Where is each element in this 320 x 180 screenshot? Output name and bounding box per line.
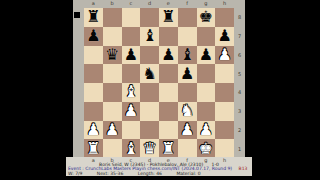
square-g2[interactable]: ♟ [197, 121, 216, 140]
white-knight[interactable]: ♞ [180, 103, 194, 119]
square-c3[interactable]: ♟ [122, 102, 141, 121]
square-a7[interactable]: ♟ [84, 27, 103, 46]
square-e2[interactable] [159, 121, 178, 140]
square-d7[interactable]: ♝ [140, 27, 159, 46]
white-pawn[interactable]: ♟ [217, 46, 231, 62]
square-a5[interactable] [84, 64, 103, 83]
square-e4[interactable] [159, 83, 178, 102]
white-bishop[interactable]: ♝ [124, 84, 138, 100]
file-label-g: g [197, 0, 216, 7]
square-b3[interactable] [103, 102, 122, 121]
rank-label-3: 3 [235, 102, 244, 121]
square-d1[interactable]: ♛ [140, 139, 159, 158]
rank-label-5: 5 [235, 64, 244, 83]
square-h6[interactable]: ♟ [215, 46, 234, 65]
square-b2[interactable]: ♟ [103, 121, 122, 140]
square-a4[interactable] [84, 83, 103, 102]
file-label-b: b [103, 0, 122, 7]
square-d3[interactable] [140, 102, 159, 121]
square-g3[interactable] [197, 102, 216, 121]
square-a1[interactable]: ♜ [84, 139, 103, 158]
file-label-e: e [159, 0, 178, 7]
black-pawn[interactable]: ♟ [124, 46, 138, 62]
black-bishop[interactable]: ♝ [180, 46, 194, 62]
file-label-a: a [84, 157, 103, 164]
square-b7[interactable] [103, 27, 122, 46]
white-pawn[interactable]: ♟ [86, 121, 100, 137]
black-pawn[interactable]: ♟ [180, 65, 194, 81]
file-label-d: d [140, 0, 159, 7]
rank-label-6: 6 [235, 46, 244, 65]
material-stat: Material: 0 [176, 171, 200, 176]
square-g5[interactable] [197, 64, 216, 83]
file-labels-bottom: abcdefgh [84, 157, 234, 164]
square-c2[interactable] [122, 121, 141, 140]
square-a6[interactable] [84, 46, 103, 65]
video-frame: abcdefgh ♜♜♚♟♝♟♛♟♟♝♟♟♞♟♝♟♞♟♟♟♟♜♝♛♜♚ 8765… [0, 0, 320, 180]
square-h7[interactable]: ♟ [215, 27, 234, 46]
square-b1[interactable] [103, 139, 122, 158]
square-e8[interactable]: ♜ [159, 8, 178, 27]
square-e7[interactable] [159, 27, 178, 46]
square-a8[interactable]: ♜ [84, 8, 103, 27]
square-d4[interactable] [140, 83, 159, 102]
file-label-c: c [122, 0, 141, 7]
file-label-c: c [122, 157, 141, 164]
square-c4[interactable]: ♝ [122, 83, 141, 102]
white-bishop[interactable]: ♝ [124, 140, 138, 156]
score-stat: W: 7/9 [68, 171, 82, 176]
file-label-e: e [159, 157, 178, 164]
chess-board[interactable]: ♜♜♚♟♝♟♛♟♟♝♟♟♞♟♝♟♞♟♟♟♟♜♝♛♜♚ [84, 8, 234, 158]
black-pawn[interactable]: ♟ [199, 46, 213, 62]
square-d8[interactable] [140, 8, 159, 27]
square-e1[interactable]: ♜ [159, 139, 178, 158]
square-g1[interactable]: ♚ [197, 139, 216, 158]
square-h2[interactable] [215, 121, 234, 140]
black-rook[interactable]: ♜ [86, 9, 100, 25]
square-f2[interactable]: ♟ [178, 121, 197, 140]
rank-labels-right: 87654321 [235, 8, 244, 158]
square-h5[interactable] [215, 64, 234, 83]
file-label-d: d [140, 157, 159, 164]
black-pawn[interactable]: ♟ [86, 28, 100, 44]
square-c1[interactable]: ♝ [122, 139, 141, 158]
square-a3[interactable] [84, 102, 103, 121]
white-king[interactable]: ♚ [199, 140, 213, 156]
square-c8[interactable] [122, 8, 141, 27]
square-c5[interactable] [122, 64, 141, 83]
black-pawn[interactable]: ♟ [217, 28, 231, 44]
square-h4[interactable] [215, 83, 234, 102]
square-f6[interactable]: ♝ [178, 46, 197, 65]
square-d5[interactable]: ♞ [140, 64, 159, 83]
square-g6[interactable]: ♟ [197, 46, 216, 65]
white-rook[interactable]: ♜ [86, 140, 100, 156]
square-g8[interactable]: ♚ [197, 8, 216, 27]
file-labels-top: abcdefgh [84, 0, 234, 7]
square-b4[interactable] [103, 83, 122, 102]
length-stat: Length: 46 [138, 171, 162, 176]
square-b8[interactable] [103, 8, 122, 27]
file-label-a: a [84, 0, 103, 7]
side-to-move-indicator [74, 12, 80, 18]
square-b6[interactable]: ♛ [103, 46, 122, 65]
square-e6[interactable]: ♟ [159, 46, 178, 65]
square-a2[interactable]: ♟ [84, 121, 103, 140]
white-pawn[interactable]: ♟ [105, 121, 119, 137]
black-king[interactable]: ♚ [199, 9, 213, 25]
file-label-h: h [215, 157, 234, 164]
square-f1[interactable] [178, 139, 197, 158]
square-b5[interactable] [103, 64, 122, 83]
white-pawn[interactable]: ♟ [199, 121, 213, 137]
square-f3[interactable]: ♞ [178, 102, 197, 121]
square-c7[interactable] [122, 27, 141, 46]
square-e5[interactable] [159, 64, 178, 83]
square-f4[interactable] [178, 83, 197, 102]
black-queen[interactable]: ♛ [105, 46, 119, 62]
file-label-f: f [178, 0, 197, 7]
stats-line: W: 7/9 Next: 35-36 Length: 46 Material: … [66, 172, 252, 176]
square-f7[interactable] [178, 27, 197, 46]
white-queen[interactable]: ♛ [142, 140, 156, 156]
square-g4[interactable] [197, 83, 216, 102]
rank-label-4: 4 [235, 83, 244, 102]
file-label-b: b [103, 157, 122, 164]
file-label-g: g [197, 157, 216, 164]
square-h1[interactable] [215, 139, 234, 158]
square-d6[interactable] [140, 46, 159, 65]
black-knight[interactable]: ♞ [142, 65, 156, 81]
white-pawn[interactable]: ♟ [124, 103, 138, 119]
rank-label-1: 1 [235, 139, 244, 158]
square-c6[interactable]: ♟ [122, 46, 141, 65]
file-label-f: f [178, 157, 197, 164]
rank-label-2: 2 [235, 121, 244, 140]
square-f8[interactable] [178, 8, 197, 27]
white-rook[interactable]: ♜ [161, 140, 175, 156]
square-h8[interactable] [215, 8, 234, 27]
square-d2[interactable] [140, 121, 159, 140]
rank-label-7: 7 [235, 27, 244, 46]
eco-code: B13 [239, 166, 248, 171]
white-pawn[interactable]: ♟ [180, 121, 194, 137]
black-pawn[interactable]: ♟ [161, 46, 175, 62]
next-stat: Next: 35-36 [97, 171, 124, 176]
square-h3[interactable] [215, 102, 234, 121]
file-label-h: h [215, 0, 234, 7]
square-f5[interactable]: ♟ [178, 64, 197, 83]
square-g7[interactable] [197, 27, 216, 46]
black-bishop[interactable]: ♝ [142, 28, 156, 44]
rank-label-8: 8 [235, 8, 244, 27]
black-rook[interactable]: ♜ [161, 9, 175, 25]
square-e3[interactable] [159, 102, 178, 121]
